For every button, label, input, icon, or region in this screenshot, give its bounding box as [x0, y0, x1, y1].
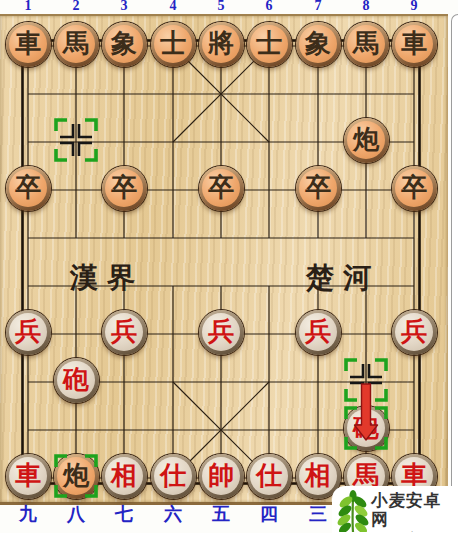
watermark: 小麦安卓网 www.xmsigma.com — [332, 486, 458, 533]
watermark-site-url: www.xmsigma.com — [371, 529, 458, 533]
file-number-4: 4 — [170, 0, 177, 13]
piece-black-馬[interactable]: 馬 — [344, 22, 389, 67]
piece-glyph: 卒 — [9, 169, 47, 207]
river-label-left: 漢界 — [47, 259, 167, 297]
file-number-8: 8 — [363, 0, 370, 13]
piece-glyph: 兵 — [202, 313, 240, 351]
piece-glyph: 仕 — [250, 457, 288, 495]
piece-black-卒[interactable]: 卒 — [6, 166, 51, 211]
file-number-2: 2 — [73, 0, 80, 13]
piece-black-炮[interactable]: 炮 — [54, 454, 99, 499]
piece-glyph: 兵 — [395, 313, 433, 351]
wheat-logo-icon — [337, 490, 369, 532]
file-number-5: 5 — [218, 0, 225, 13]
file-numeral-6: 四 — [260, 504, 278, 524]
piece-glyph: 兵 — [299, 313, 337, 351]
piece-glyph: 兵 — [9, 313, 47, 351]
piece-black-車[interactable]: 車 — [6, 22, 51, 67]
piece-glyph: 車 — [395, 25, 433, 63]
piece-black-卒[interactable]: 卒 — [102, 166, 147, 211]
piece-glyph: 炮 — [347, 121, 385, 159]
piece-black-卒[interactable]: 卒 — [296, 166, 341, 211]
piece-glyph: 仕 — [154, 457, 192, 495]
piece-black-象[interactable]: 象 — [102, 22, 147, 67]
file-numeral-3: 七 — [115, 504, 133, 524]
file-number-1: 1 — [25, 0, 32, 13]
side-panel-edge — [451, 14, 458, 533]
piece-red-兵[interactable]: 兵 — [392, 310, 437, 355]
piece-glyph: 士 — [250, 25, 288, 63]
piece-glyph: 士 — [154, 25, 192, 63]
file-number-3: 3 — [121, 0, 128, 13]
watermark-site-name: 小麦安卓网 — [371, 491, 458, 529]
piece-black-馬[interactable]: 馬 — [54, 22, 99, 67]
piece-glyph: 車 — [9, 457, 47, 495]
piece-glyph: 炮 — [57, 457, 95, 495]
piece-red-兵[interactable]: 兵 — [102, 310, 147, 355]
piece-red-仕[interactable]: 仕 — [151, 454, 196, 499]
piece-glyph: 卒 — [299, 169, 337, 207]
piece-red-兵[interactable]: 兵 — [6, 310, 51, 355]
xiangqi-app-screenshot: 123456789 漢界 楚河 車馬象士將士象馬車炮卒卒卒卒卒兵兵兵兵兵砲砲車炮… — [0, 0, 458, 533]
piece-glyph: 卒 — [202, 169, 240, 207]
piece-glyph: 象 — [105, 25, 143, 63]
file-numeral-7: 三 — [309, 504, 327, 524]
piece-glyph: 砲 — [57, 361, 95, 399]
file-number-9: 9 — [411, 0, 418, 13]
piece-glyph: 兵 — [105, 313, 143, 351]
piece-glyph: 相 — [299, 457, 337, 495]
piece-glyph: 相 — [105, 457, 143, 495]
piece-black-炮[interactable]: 炮 — [344, 118, 389, 163]
piece-black-士[interactable]: 士 — [151, 22, 196, 67]
piece-red-兵[interactable]: 兵 — [296, 310, 341, 355]
piece-black-象[interactable]: 象 — [296, 22, 341, 67]
piece-glyph: 馬 — [347, 25, 385, 63]
piece-red-兵[interactable]: 兵 — [199, 310, 244, 355]
piece-red-相[interactable]: 相 — [102, 454, 147, 499]
piece-glyph: 卒 — [105, 169, 143, 207]
file-numeral-4: 六 — [164, 504, 182, 524]
piece-black-卒[interactable]: 卒 — [199, 166, 244, 211]
piece-glyph: 象 — [299, 25, 337, 63]
file-number-6: 6 — [266, 0, 273, 13]
piece-black-卒[interactable]: 卒 — [392, 166, 437, 211]
piece-red-車[interactable]: 車 — [6, 454, 51, 499]
piece-black-士[interactable]: 士 — [247, 22, 292, 67]
piece-glyph: 砲 — [347, 409, 385, 447]
piece-black-將[interactable]: 將 — [199, 22, 244, 67]
piece-red-砲[interactable]: 砲 — [54, 358, 99, 403]
file-number-7: 7 — [315, 0, 322, 13]
piece-red-砲[interactable]: 砲 — [344, 406, 389, 451]
piece-glyph: 卒 — [395, 169, 433, 207]
piece-black-車[interactable]: 車 — [392, 22, 437, 67]
piece-glyph: 馬 — [57, 25, 95, 63]
river-label-right: 楚河 — [283, 259, 403, 297]
piece-glyph: 將 — [202, 25, 240, 63]
piece-red-仕[interactable]: 仕 — [247, 454, 292, 499]
file-numeral-1: 九 — [19, 504, 37, 524]
file-numeral-5: 五 — [212, 504, 230, 524]
piece-red-帥[interactable]: 帥 — [199, 454, 244, 499]
piece-glyph: 帥 — [202, 457, 240, 495]
file-numeral-2: 八 — [67, 504, 85, 524]
piece-glyph: 車 — [9, 25, 47, 63]
